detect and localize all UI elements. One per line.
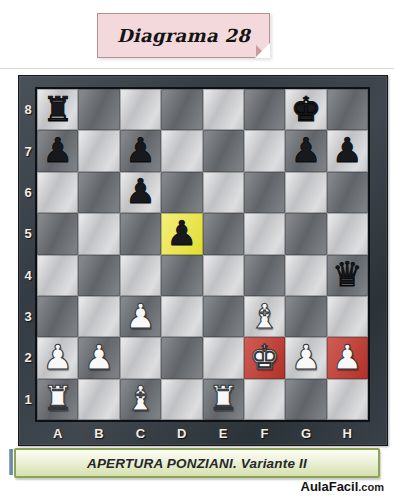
- square-b7: [78, 130, 119, 171]
- square-c4: [120, 255, 161, 296]
- square-e5: [203, 213, 244, 254]
- square-h2: ♟: [327, 337, 368, 378]
- page: Diagrama 28 87654321 ♜♚♟♟♟♟♟♟♛♟♝♟♟♚♟♟♜♝♜…: [0, 0, 394, 497]
- square-f5: [244, 213, 285, 254]
- piece-white-pawn-h2: ♟: [332, 340, 362, 374]
- square-c6: ♟: [120, 172, 161, 213]
- square-h7: ♟: [327, 130, 368, 171]
- square-e8: [203, 89, 244, 130]
- piece-white-rook-e1: ♜: [208, 381, 238, 415]
- square-d3: [161, 296, 202, 337]
- piece-white-bishop-c1: ♝: [125, 381, 155, 415]
- square-d1: [161, 379, 202, 420]
- square-h1: [327, 379, 368, 420]
- piece-white-rook-a1: ♜: [42, 381, 72, 415]
- square-c7: ♟: [120, 130, 161, 171]
- rank-label-1: 1: [19, 379, 37, 420]
- chess-board: 87654321 ♜♚♟♟♟♟♟♟♛♟♝♟♟♚♟♟♜♝♜ ABCDEFGH: [18, 75, 388, 446]
- file-labels: ABCDEFGH: [37, 421, 368, 446]
- square-h6: [327, 172, 368, 213]
- square-a2: ♟: [37, 337, 78, 378]
- square-b1: [78, 379, 119, 420]
- piece-black-pawn-c7: ♟: [125, 133, 155, 167]
- square-a8: ♜: [37, 89, 78, 130]
- square-f8: [244, 89, 285, 130]
- diagram-title: Diagrama 28: [117, 25, 250, 46]
- text-cursor-bar: [9, 449, 13, 475]
- rank-label-6: 6: [19, 172, 37, 213]
- square-h3: [327, 296, 368, 337]
- square-c1: ♝: [120, 379, 161, 420]
- square-g2: ♟: [285, 337, 326, 378]
- square-d2: [161, 337, 202, 378]
- piece-black-pawn-g7: ♟: [291, 133, 321, 167]
- square-d8: [161, 89, 202, 130]
- square-d7: [161, 130, 202, 171]
- rank-labels: 87654321: [19, 89, 37, 420]
- square-c8: [120, 89, 161, 130]
- divider-line: [0, 68, 394, 69]
- square-f1: [244, 379, 285, 420]
- square-d6: [161, 172, 202, 213]
- watermark: AulaFacil.com: [301, 479, 384, 494]
- piece-black-king-g8: ♚: [291, 92, 321, 126]
- rank-label-2: 2: [19, 337, 37, 378]
- square-a1: ♜: [37, 379, 78, 420]
- square-g6: [285, 172, 326, 213]
- rank-label-5: 5: [19, 213, 37, 254]
- square-h4: ♛: [327, 255, 368, 296]
- square-c3: ♟: [120, 296, 161, 337]
- file-label-a: A: [37, 421, 78, 446]
- square-f7: [244, 130, 285, 171]
- square-a7: ♟: [37, 130, 78, 171]
- file-label-e: E: [203, 421, 244, 446]
- square-a3: [37, 296, 78, 337]
- rank-label-4: 4: [19, 255, 37, 296]
- square-g7: ♟: [285, 130, 326, 171]
- file-label-b: B: [78, 421, 119, 446]
- square-a5: [37, 213, 78, 254]
- piece-white-pawn-a2: ♟: [42, 340, 72, 374]
- caption-text: APERTURA PONZIANI. Variante II: [87, 456, 307, 471]
- square-d5: ♟: [161, 213, 202, 254]
- square-b3: [78, 296, 119, 337]
- caption-box: APERTURA PONZIANI. Variante II: [14, 448, 380, 478]
- square-g3: [285, 296, 326, 337]
- square-c5: [120, 213, 161, 254]
- diagram-title-box: Diagrama 28: [97, 13, 270, 58]
- square-c2: [120, 337, 161, 378]
- square-b5: [78, 213, 119, 254]
- square-e7: [203, 130, 244, 171]
- piece-black-rook-a8: ♜: [42, 92, 72, 126]
- square-h8: [327, 89, 368, 130]
- square-b8: [78, 89, 119, 130]
- square-e1: ♜: [203, 379, 244, 420]
- file-label-f: F: [244, 421, 285, 446]
- folded-corner-cut: [255, 43, 270, 58]
- piece-black-pawn-a7: ♟: [42, 133, 72, 167]
- square-e4: [203, 255, 244, 296]
- square-e6: [203, 172, 244, 213]
- piece-black-pawn-h7: ♟: [332, 133, 362, 167]
- square-g1: [285, 379, 326, 420]
- square-f3: ♝: [244, 296, 285, 337]
- square-f2: ♚: [244, 337, 285, 378]
- square-e2: [203, 337, 244, 378]
- square-h5: [327, 213, 368, 254]
- file-label-c: C: [120, 421, 161, 446]
- rank-label-3: 3: [19, 296, 37, 337]
- piece-white-pawn-g2: ♟: [291, 340, 321, 374]
- rank-label-8: 8: [19, 89, 37, 130]
- file-label-d: D: [161, 421, 202, 446]
- piece-black-pawn-d5: ♟: [167, 216, 197, 250]
- square-g4: [285, 255, 326, 296]
- square-g5: [285, 213, 326, 254]
- file-label-h: H: [327, 421, 368, 446]
- square-e3: [203, 296, 244, 337]
- piece-white-bishop-f3: ♝: [249, 299, 279, 333]
- square-a6: [37, 172, 78, 213]
- square-f6: [244, 172, 285, 213]
- piece-white-pawn-b2: ♟: [84, 340, 114, 374]
- piece-white-pawn-c3: ♟: [125, 299, 155, 333]
- square-b6: [78, 172, 119, 213]
- rank-label-7: 7: [19, 130, 37, 171]
- square-a4: [37, 255, 78, 296]
- piece-black-pawn-c6: ♟: [125, 174, 155, 208]
- square-b4: [78, 255, 119, 296]
- brand-name: AulaFacil: [301, 479, 359, 494]
- square-g8: ♚: [285, 89, 326, 130]
- square-f4: [244, 255, 285, 296]
- square-d4: [161, 255, 202, 296]
- board-grid: ♜♚♟♟♟♟♟♟♛♟♝♟♟♚♟♟♜♝♜: [37, 89, 368, 420]
- brand-suffix: .com: [358, 481, 384, 493]
- piece-white-king-f2: ♚: [249, 340, 279, 374]
- square-b2: ♟: [78, 337, 119, 378]
- piece-black-queen-h4: ♛: [332, 257, 362, 291]
- file-label-g: G: [285, 421, 326, 446]
